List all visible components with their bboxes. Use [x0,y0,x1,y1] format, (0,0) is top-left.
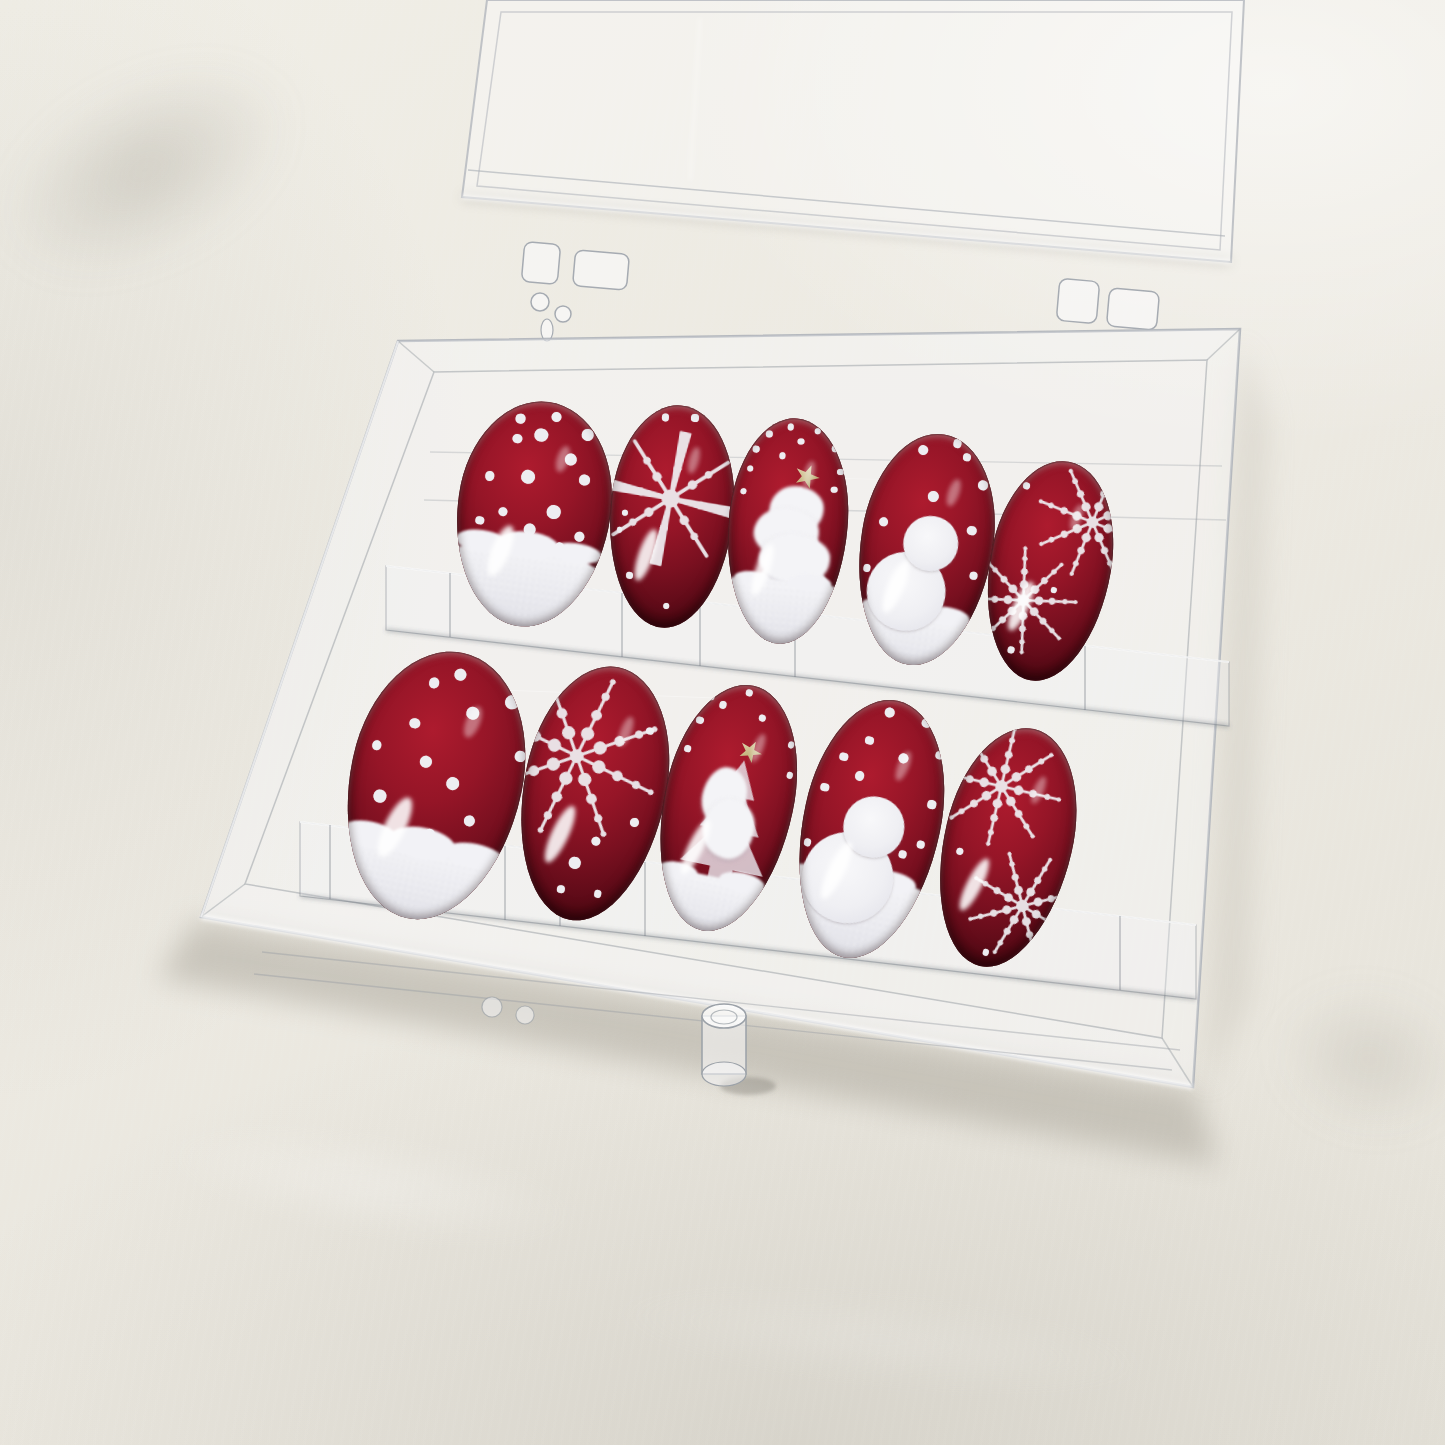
polka-dot [883,448,893,458]
nail-bottom-1 [323,635,548,936]
nail-top-5 [970,451,1128,691]
photo-scene [0,0,1445,1445]
snowflake-graphic [970,451,1128,691]
nail-top-2 [600,400,742,633]
polka-dot [1073,769,1081,777]
snow-tip [442,391,625,636]
nail-set-layer [0,0,1445,1445]
snow-tip [638,672,816,943]
snow-tip [718,413,856,649]
nail-bottom-4 [776,687,964,972]
snowflake-graphic [500,653,688,932]
snowflake-graphic [917,714,1096,980]
snowflake-graphic [600,400,742,633]
nail-top-3 [718,413,856,649]
nail-bottom-5 [917,714,1096,980]
nail-bottom-2 [500,653,688,932]
nail-bottom-3 [638,672,816,943]
snow-tip [323,635,548,936]
nail-top-1 [442,391,625,636]
polka-dot [790,706,798,714]
nail-top-4 [843,424,1010,675]
